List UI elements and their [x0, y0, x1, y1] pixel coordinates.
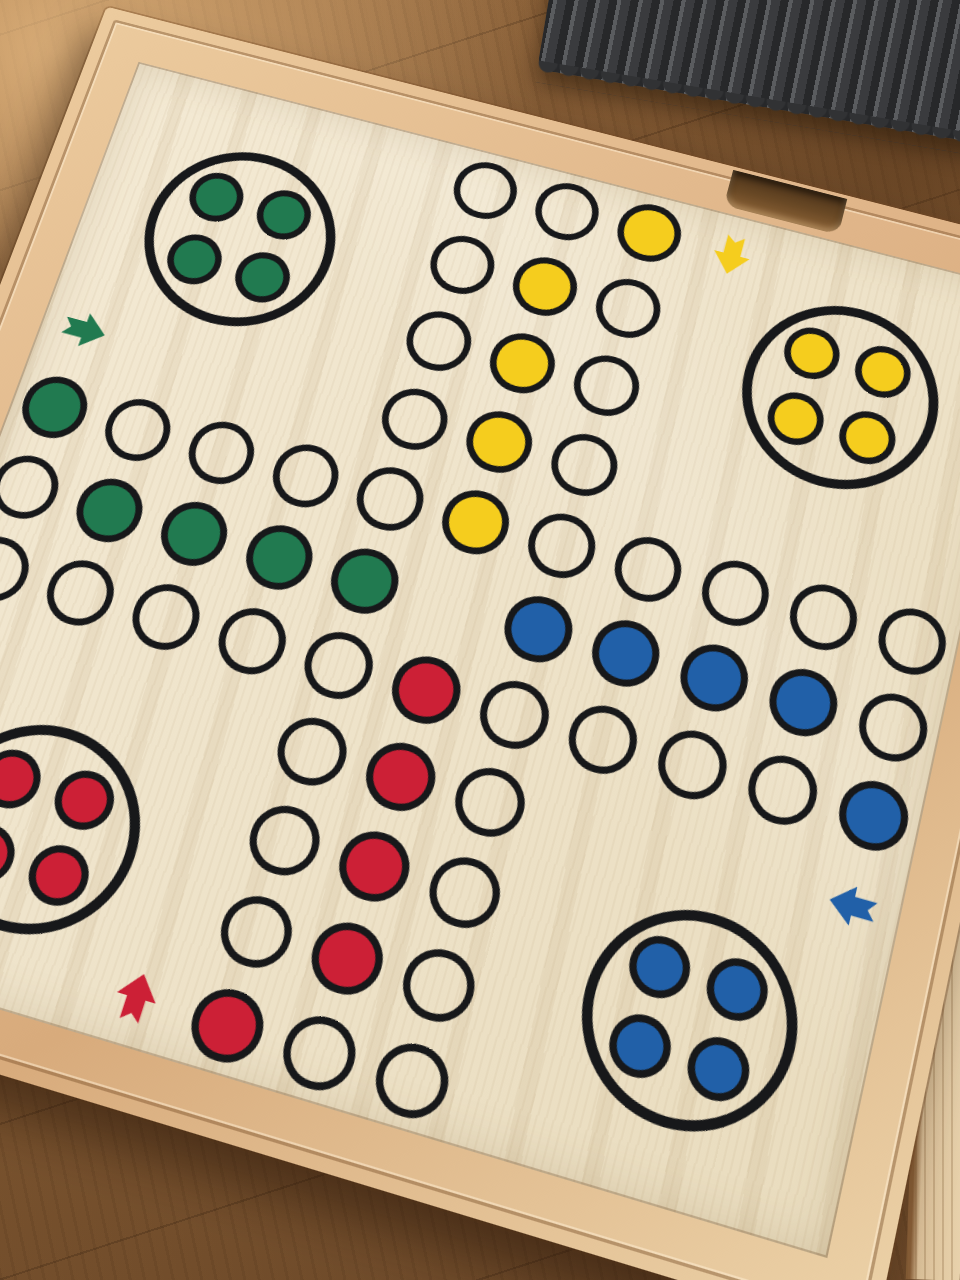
track-circle [210, 601, 294, 682]
red-base-pip [0, 817, 23, 891]
track-circle [741, 748, 823, 832]
blue-home-field [497, 589, 579, 669]
track-circle [695, 554, 775, 633]
track-circle [0, 449, 67, 526]
yellow-home-field [506, 250, 584, 322]
track-circle [472, 674, 555, 757]
green-base-pip [182, 167, 250, 227]
green-base-pip [160, 229, 229, 291]
green-base-pip [250, 185, 318, 246]
yellow-base-pip [834, 405, 901, 470]
yellow-home-field [459, 404, 539, 480]
ludo-board [0, 7, 960, 1280]
red-home-field [303, 914, 391, 1003]
track-circle [853, 686, 934, 769]
track-circle [447, 760, 532, 845]
yellow-start-field [611, 198, 687, 269]
scene [0, 0, 960, 1280]
blue-home-field [673, 637, 755, 719]
blue-base-pip [603, 1007, 678, 1086]
track-circle [561, 698, 644, 781]
track-circle [872, 601, 952, 682]
track-circle [421, 849, 507, 936]
track-circle [423, 229, 501, 301]
red-base-pip [46, 764, 121, 837]
track-circle [651, 723, 734, 807]
green-start-field [13, 370, 96, 445]
track-circle [241, 798, 328, 884]
red-home-field [331, 824, 417, 910]
track-circle [589, 272, 666, 345]
track-circle [608, 530, 689, 609]
board-surface [0, 62, 960, 1258]
track-circle [38, 553, 123, 632]
track-circle [529, 177, 606, 247]
track-circle [521, 507, 602, 585]
track-circle [367, 1035, 456, 1127]
green-home-field [323, 542, 406, 621]
track-circle [399, 304, 478, 377]
track-circle [275, 1008, 364, 1099]
track-circle [212, 888, 300, 976]
yellow-home-field [483, 326, 562, 400]
red-home-field [358, 735, 443, 819]
yellow-home-field [435, 484, 516, 562]
red-home-field [384, 649, 468, 731]
green-home-field [237, 518, 320, 597]
green-home-field [67, 472, 151, 549]
red-start-field [183, 981, 272, 1072]
track-circle [544, 427, 624, 503]
track-circle [349, 461, 430, 538]
red-base-pip [20, 838, 96, 913]
green-home-field [152, 495, 235, 573]
blue-start-field [832, 773, 914, 858]
track-circle [96, 392, 178, 468]
track-circle [375, 381, 455, 456]
track-circle [269, 710, 354, 793]
track-circle [447, 156, 524, 226]
track-circle [395, 941, 482, 1030]
blue-home-field [763, 662, 844, 744]
yellow-base-pip [779, 322, 845, 386]
track-circle [297, 625, 381, 706]
track-circle [180, 415, 262, 491]
track-circle [567, 348, 646, 422]
yellow-base-pip [762, 386, 829, 451]
blue-base-pip [681, 1030, 756, 1109]
yellow-base-pip [850, 340, 916, 404]
track-circle [123, 577, 208, 657]
red-base-pip [0, 743, 49, 816]
blue-base-pip [700, 951, 774, 1028]
track-circle [264, 438, 346, 515]
blue-base-pip [623, 929, 697, 1006]
green-base-pip [228, 246, 297, 308]
blue-home-field [585, 613, 667, 694]
track-circle [783, 577, 863, 657]
